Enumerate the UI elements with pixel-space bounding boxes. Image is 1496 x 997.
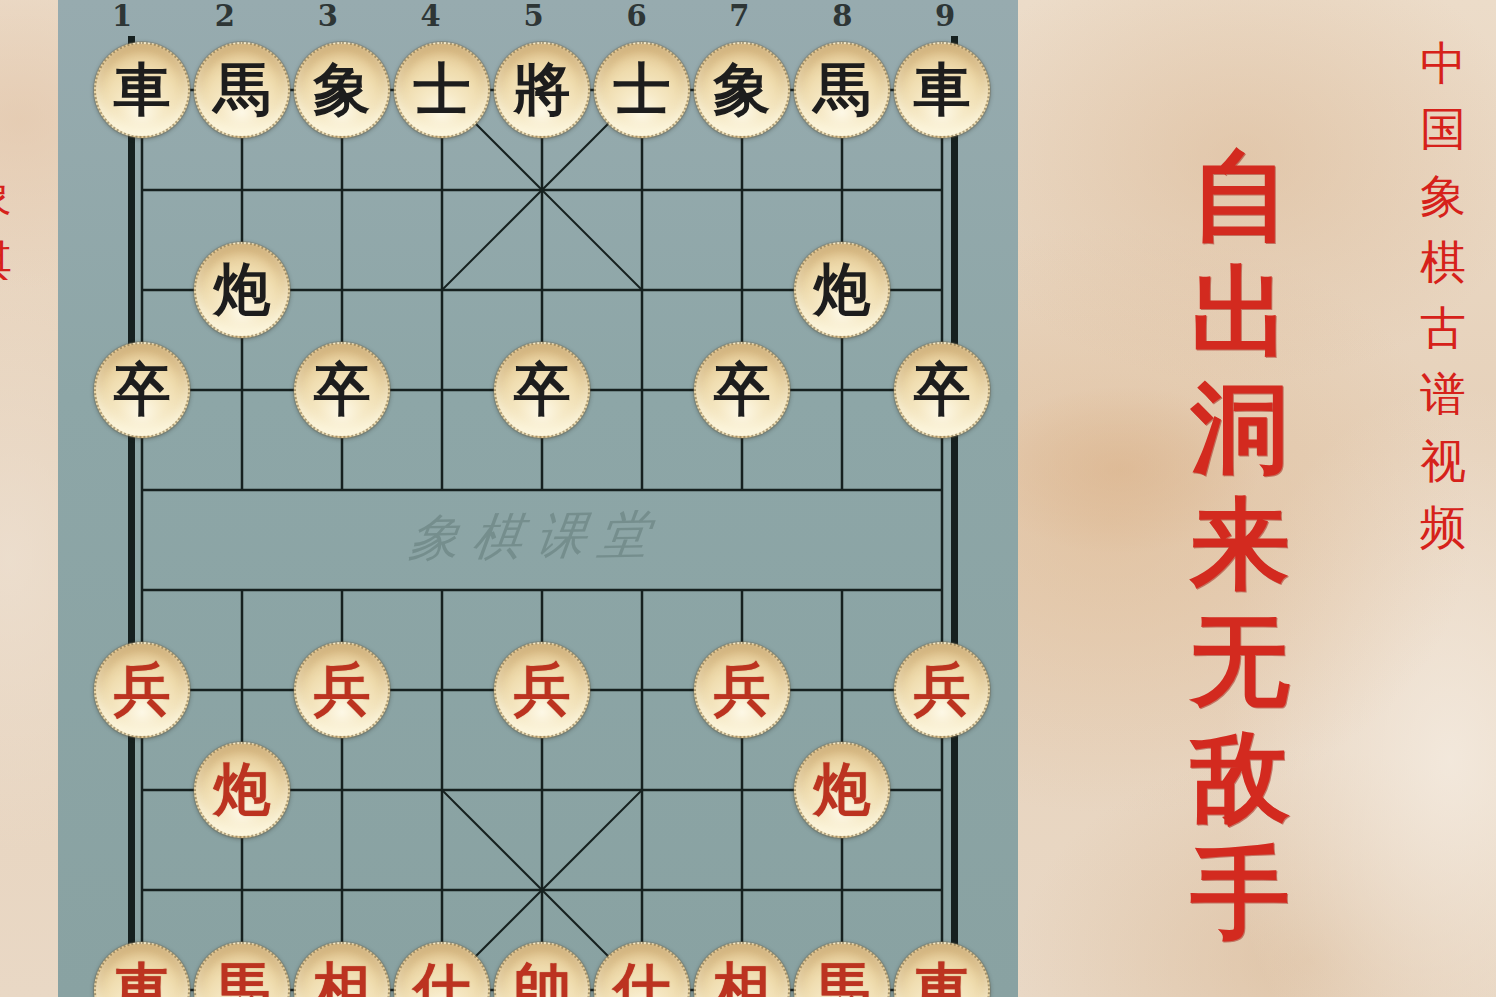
piece-glyph: 車	[114, 60, 171, 117]
piece-glyph: 卒	[914, 360, 971, 417]
column-label-5: 5	[514, 0, 554, 32]
title-char: 谱	[1420, 371, 1466, 417]
piece-glyph: 兵	[514, 660, 571, 717]
piece-glyph: 卒	[314, 360, 371, 417]
piece-glyph: 相	[714, 960, 771, 997]
column-labels: 123456789	[58, 0, 1018, 34]
left-edge-title-text: 中国象棋古谱视频	[0, 160, 13, 280]
piece-glyph: 車	[114, 960, 171, 997]
title-char: 视	[1420, 438, 1466, 484]
piece-red-兵-f7r7[interactable]: 兵	[694, 642, 790, 738]
piece-red-兵-f3r7[interactable]: 兵	[294, 642, 390, 738]
title-char: 国	[1420, 106, 1466, 152]
piece-glyph: 馬	[214, 60, 271, 117]
piece-glyph: 馬	[814, 960, 871, 997]
title-char: 棋	[1420, 239, 1466, 285]
piece-red-兵-f5r7[interactable]: 兵	[494, 642, 590, 738]
piece-glyph: 炮	[814, 260, 871, 317]
piece-glyph: 炮	[214, 760, 271, 817]
column-label-1: 1	[102, 0, 142, 32]
piece-black-車-f9r1[interactable]: 車	[894, 42, 990, 138]
column-label-4: 4	[411, 0, 451, 32]
piece-glyph: 卒	[514, 360, 571, 417]
piece-glyph: 車	[914, 960, 971, 997]
piece-glyph: 士	[414, 60, 471, 117]
piece-glyph: 相	[314, 960, 371, 997]
piece-glyph: 卒	[714, 360, 771, 417]
title-char: 自	[1191, 146, 1290, 245]
piece-glyph: 象	[314, 60, 371, 117]
piece-glyph: 卒	[114, 360, 171, 417]
left-edge-clipped-title: 中国象棋古谱视频	[0, 160, 13, 280]
title-char: 频	[1420, 504, 1466, 550]
piece-black-象-f3r1[interactable]: 象	[294, 42, 390, 138]
piece-glyph: 兵	[914, 660, 971, 717]
piece-black-車-f1r1[interactable]: 車	[94, 42, 190, 138]
river-watermark: 象棋课堂	[406, 501, 675, 573]
panel-small-title: 中国象棋古谱视频	[1413, 40, 1473, 550]
piece-glyph: 仕	[614, 960, 671, 997]
title-char: 洞	[1191, 378, 1290, 477]
piece-glyph: 馬	[814, 60, 871, 117]
piece-black-卒-f5r4[interactable]: 卒	[494, 342, 590, 438]
board-grid	[58, 0, 1018, 997]
column-label-7: 7	[719, 0, 759, 32]
piece-black-馬-f2r1[interactable]: 馬	[194, 42, 290, 138]
piece-glyph: 車	[914, 60, 971, 117]
column-label-3: 3	[308, 0, 348, 32]
piece-black-象-f7r1[interactable]: 象	[694, 42, 790, 138]
title-char: 中	[1420, 40, 1466, 86]
piece-glyph: 兵	[114, 660, 171, 717]
title-char: 出	[1191, 262, 1290, 361]
column-label-8: 8	[822, 0, 862, 32]
piece-black-炮-f8r3[interactable]: 炮	[794, 242, 890, 338]
piece-red-兵-f1r7[interactable]: 兵	[94, 642, 190, 738]
board[interactable]: 123456789 象棋课堂 車馬象士將士象馬車炮炮卒卒卒卒卒兵兵兵兵兵炮炮車馬…	[58, 0, 1018, 997]
piece-glyph: 兵	[314, 660, 371, 717]
piece-glyph: 炮	[214, 260, 271, 317]
column-label-9: 9	[925, 0, 965, 32]
piece-glyph: 兵	[714, 660, 771, 717]
piece-black-馬-f8r1[interactable]: 馬	[794, 42, 890, 138]
piece-red-炮-f2r8[interactable]: 炮	[194, 742, 290, 838]
piece-black-卒-f9r4[interactable]: 卒	[894, 342, 990, 438]
piece-glyph: 仕	[414, 960, 471, 997]
piece-glyph: 帥	[514, 960, 571, 997]
piece-red-炮-f8r8[interactable]: 炮	[794, 742, 890, 838]
piece-black-卒-f7r4[interactable]: 卒	[694, 342, 790, 438]
piece-black-士-f4r1[interactable]: 士	[394, 42, 490, 138]
piece-black-炮-f2r3[interactable]: 炮	[194, 242, 290, 338]
title-char: 敌	[1191, 727, 1290, 826]
title-char: 象	[0, 173, 12, 219]
title-char: 手	[1191, 843, 1290, 942]
piece-glyph: 炮	[814, 760, 871, 817]
piece-black-卒-f1r4[interactable]: 卒	[94, 342, 190, 438]
title-char: 棋	[0, 239, 12, 280]
column-label-2: 2	[205, 0, 245, 32]
title-char: 来	[1191, 494, 1290, 593]
column-label-6: 6	[617, 0, 657, 32]
scene: 中国象棋古谱视频	[0, 0, 1496, 997]
piece-glyph: 士	[614, 60, 671, 117]
piece-black-士-f6r1[interactable]: 士	[594, 42, 690, 138]
piece-glyph: 馬	[214, 960, 271, 997]
title-char: 象	[1420, 173, 1466, 219]
piece-black-卒-f3r4[interactable]: 卒	[294, 342, 390, 438]
panel-large-title: 自出洞来无敌手	[1178, 146, 1302, 942]
title-char: 古	[1420, 305, 1466, 351]
title-char: 无	[1191, 611, 1290, 710]
piece-glyph: 象	[714, 60, 771, 117]
piece-black-將-f5r1[interactable]: 將	[494, 42, 590, 138]
piece-glyph: 將	[514, 60, 571, 117]
piece-red-兵-f9r7[interactable]: 兵	[894, 642, 990, 738]
